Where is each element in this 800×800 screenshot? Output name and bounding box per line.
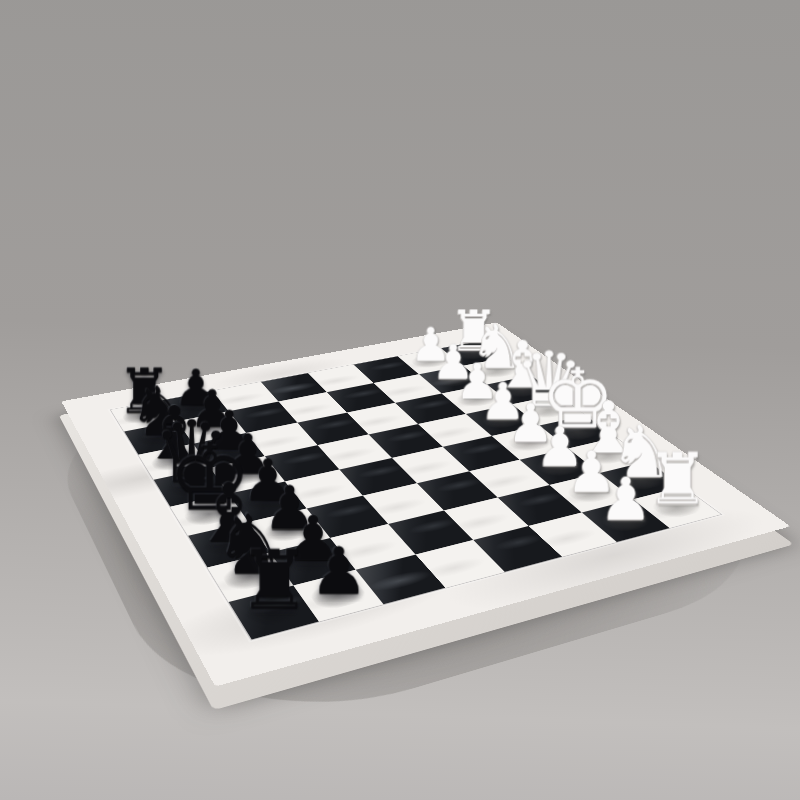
square-h4 (473, 526, 562, 572)
square-h8: ♜ (229, 585, 319, 639)
chess-board: ♜♟♟♜♞♟♟♞♝♟♟♝♛♟♟♛♚♟♟♚♝♟♟♝♞♟♟♞♜♟♟♜ (61, 322, 790, 686)
scene-3d: ♜♟♟♜♞♟♟♞♝♟♟♝♛♟♟♛♚♟♟♚♝♟♟♝♞♟♟♞♜♟♟♜ (0, 0, 800, 800)
black-rook-h8: ♜ (199, 540, 347, 621)
white-pawn-h2: ♟ (560, 470, 691, 529)
product-photo: ♜♟♟♜♞♟♟♞♝♟♟♝♛♟♟♛♚♟♟♚♝♟♟♝♞♟♟♞♜♟♟♜ (0, 0, 800, 800)
